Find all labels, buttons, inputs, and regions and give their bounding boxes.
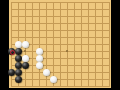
black-stone: [8, 48, 15, 55]
black-stone: [15, 76, 22, 83]
white-stone: [22, 55, 29, 62]
white-stone: [36, 48, 43, 55]
black-stone: [22, 62, 29, 69]
black-stone: [8, 69, 15, 76]
star-point: [24, 50, 26, 52]
white-stone: [36, 62, 43, 69]
stone-layer: [8, 0, 113, 90]
last-move-marker: [10, 50, 15, 55]
black-stone: [15, 62, 22, 69]
white-stone: [15, 41, 22, 48]
black-stone: [15, 69, 22, 76]
white-stone: [50, 76, 57, 83]
go-board[interactable]: [9, 0, 111, 88]
white-stone: [22, 41, 29, 48]
black-stone: [15, 48, 22, 55]
white-stone: [36, 55, 43, 62]
black-stone: [15, 55, 22, 62]
go-app-screen: [0, 0, 120, 90]
star-point: [66, 50, 68, 52]
white-stone: [43, 69, 50, 76]
